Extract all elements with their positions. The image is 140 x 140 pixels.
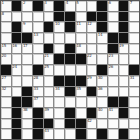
grid-cell[interactable] <box>22 65 32 75</box>
grid-cell[interactable]: 13 <box>33 33 43 43</box>
clue-number: 15 <box>2 44 7 48</box>
black-cell <box>65 54 75 64</box>
grid-cell[interactable] <box>119 76 129 86</box>
grid-cell[interactable] <box>44 87 54 97</box>
clue-number: 43 <box>44 129 49 133</box>
grid-cell[interactable]: 41 <box>108 108 118 118</box>
grid-cell[interactable] <box>76 65 86 75</box>
grid-cell[interactable] <box>12 76 22 86</box>
grid-cell[interactable] <box>44 97 54 107</box>
grid-cell[interactable]: 15 <box>1 44 11 54</box>
black-cell <box>76 119 86 129</box>
clue-number: 31 <box>130 76 135 80</box>
black-cell <box>65 87 75 97</box>
grid-cell[interactable]: 6 <box>108 1 118 11</box>
grid-cell[interactable]: 36 <box>97 87 107 97</box>
grid-cell[interactable]: 31 <box>129 76 139 86</box>
grid-cell[interactable]: 37 <box>33 97 43 107</box>
black-cell <box>108 44 118 54</box>
grid-cell[interactable] <box>1 108 11 118</box>
clue-number: 30 <box>98 76 103 80</box>
black-cell <box>129 65 139 75</box>
grid-cell[interactable]: 4 <box>65 1 75 11</box>
grid-cell[interactable] <box>87 44 97 54</box>
grid-cell[interactable]: 7 <box>129 1 139 11</box>
black-cell <box>44 22 54 32</box>
grid-cell[interactable]: 18 <box>76 44 86 54</box>
clue-number: 35 <box>76 87 81 91</box>
black-cell <box>54 12 64 22</box>
grid-cell[interactable] <box>129 44 139 54</box>
black-cell <box>12 97 22 107</box>
black-cell <box>65 108 75 118</box>
clue-number: 38 <box>23 108 28 112</box>
grid-cell[interactable] <box>119 54 129 64</box>
black-cell <box>22 87 32 97</box>
grid-cell[interactable]: 29 <box>87 76 97 86</box>
black-cell <box>22 97 32 107</box>
black-cell <box>65 12 75 22</box>
grid-cell[interactable] <box>22 12 32 22</box>
grid-cell[interactable] <box>65 65 75 75</box>
grid-cell[interactable]: 32 <box>1 87 11 97</box>
clue-number: 13 <box>34 33 39 37</box>
black-cell <box>33 65 43 75</box>
grid-cell[interactable] <box>54 97 64 107</box>
black-cell <box>108 33 118 43</box>
clue-number: 26 <box>108 65 113 69</box>
grid-cell[interactable]: 35 <box>76 87 86 97</box>
grid-cell[interactable] <box>108 129 118 139</box>
clue-number: 32 <box>2 87 7 91</box>
grid-cell[interactable] <box>22 76 32 86</box>
grid-cell[interactable]: 20 <box>1 54 11 64</box>
grid-cell[interactable] <box>108 22 118 32</box>
grid-cell[interactable]: 26 <box>108 65 118 75</box>
grid-cell[interactable] <box>54 108 64 118</box>
clue-number: 37 <box>34 97 39 101</box>
grid-cell[interactable] <box>44 33 54 43</box>
grid-cell[interactable] <box>76 12 86 22</box>
black-cell <box>119 97 129 107</box>
grid-cell[interactable] <box>129 108 139 118</box>
black-cell <box>22 33 32 43</box>
black-cell <box>76 54 86 64</box>
grid-cell[interactable] <box>54 65 64 75</box>
black-cell <box>97 1 107 11</box>
grid-cell[interactable] <box>129 87 139 97</box>
grid-cell[interactable] <box>108 119 118 129</box>
grid-cell[interactable]: 16 <box>12 44 22 54</box>
clue-number: 18 <box>76 44 81 48</box>
grid-cell[interactable] <box>54 119 64 129</box>
grid-cell[interactable] <box>108 87 118 97</box>
grid-cell[interactable] <box>129 22 139 32</box>
black-cell <box>54 76 64 86</box>
grid-cell[interactable]: 11 <box>76 22 86 32</box>
grid-cell[interactable] <box>108 12 118 22</box>
clue-number: 1 <box>2 1 4 5</box>
grid-cell[interactable]: 30 <box>97 76 107 86</box>
black-cell <box>87 108 97 118</box>
grid-cell[interactable] <box>76 97 86 107</box>
grid-cell[interactable]: 5 <box>76 1 86 11</box>
clue-number: 36 <box>98 87 103 91</box>
grid-cell[interactable]: 43 <box>44 129 54 139</box>
black-cell <box>97 129 107 139</box>
black-cell <box>97 22 107 32</box>
grid-cell[interactable] <box>54 44 64 54</box>
grid-cell[interactable] <box>22 54 32 64</box>
clue-number: 2 <box>23 1 25 5</box>
grid-cell[interactable] <box>129 54 139 64</box>
clue-number: 29 <box>87 76 92 80</box>
grid-cell[interactable] <box>76 33 86 43</box>
clue-number: 28 <box>34 76 39 80</box>
grid-cell[interactable] <box>12 54 22 64</box>
grid-cell[interactable] <box>1 97 11 107</box>
grid-cell[interactable]: 3 <box>44 1 54 11</box>
grid-cell[interactable] <box>33 12 43 22</box>
black-cell <box>119 22 129 32</box>
clue-number: 22 <box>87 54 92 58</box>
black-cell <box>76 76 86 86</box>
grid-cell[interactable]: 38 <box>22 108 32 118</box>
black-cell <box>12 33 22 43</box>
grid-cell[interactable] <box>12 87 22 97</box>
clue-number: 11 <box>76 22 81 26</box>
grid-cell[interactable] <box>33 44 43 54</box>
grid-cell[interactable] <box>87 97 97 107</box>
grid-cell[interactable]: 22 <box>87 54 97 64</box>
black-cell <box>87 87 97 97</box>
grid-cell[interactable] <box>108 76 118 86</box>
grid-cell[interactable] <box>1 33 11 43</box>
clue-number: 23 <box>108 54 113 58</box>
clue-number: 41 <box>108 108 113 112</box>
black-cell <box>12 108 22 118</box>
clue-number: 39 <box>44 108 49 112</box>
grid-cell[interactable]: 34 <box>54 87 64 97</box>
clue-number: 14 <box>98 33 103 37</box>
grid-cell[interactable] <box>33 22 43 32</box>
grid-cell[interactable] <box>129 33 139 43</box>
black-cell <box>33 119 43 129</box>
grid-cell[interactable]: 33 <box>33 87 43 97</box>
clue-number: 10 <box>55 22 60 26</box>
grid-cell[interactable] <box>76 108 86 118</box>
grid-cell[interactable] <box>87 33 97 43</box>
grid-cell[interactable] <box>119 87 129 97</box>
grid-cell[interactable]: 28 <box>33 76 43 86</box>
grid-cell[interactable] <box>65 33 75 43</box>
clue-number: 8 <box>2 12 4 16</box>
grid-cell[interactable]: 14 <box>97 33 107 43</box>
crossword-grid: 1234567891011121314151617181920212223242… <box>0 0 140 140</box>
grid-cell[interactable]: 39 <box>44 108 54 118</box>
black-cell <box>108 97 118 107</box>
grid-cell[interactable]: 23 <box>108 54 118 64</box>
black-cell <box>44 44 54 54</box>
grid-cell[interactable] <box>119 119 129 129</box>
grid-cell[interactable] <box>97 97 107 107</box>
clue-number: 42 <box>87 119 92 123</box>
clue-number: 12 <box>87 22 92 26</box>
grid-cell[interactable]: 10 <box>54 22 64 32</box>
grid-cell[interactable] <box>22 119 32 129</box>
grid-cell[interactable] <box>65 129 75 139</box>
clue-number: 4 <box>66 1 68 5</box>
grid-cell[interactable]: 19 <box>119 44 129 54</box>
grid-cell[interactable] <box>54 129 64 139</box>
black-cell <box>12 22 22 32</box>
black-cell <box>44 119 54 129</box>
grid-cell[interactable]: 40 <box>97 108 107 118</box>
grid-cell[interactable]: 1 <box>1 1 11 11</box>
black-cell <box>54 54 64 64</box>
grid-cell[interactable]: 25 <box>44 65 54 75</box>
grid-cell[interactable]: 8 <box>1 12 11 22</box>
grid-cell[interactable] <box>97 119 107 129</box>
grid-cell[interactable] <box>54 33 64 43</box>
black-cell <box>65 22 75 32</box>
grid-cell[interactable]: 12 <box>87 22 97 32</box>
black-cell <box>12 129 22 139</box>
grid-cell[interactable] <box>33 54 43 64</box>
clue-number: 17 <box>23 44 28 48</box>
black-cell <box>76 129 86 139</box>
clue-number: 33 <box>34 87 39 91</box>
grid-cell[interactable]: 42 <box>87 119 97 129</box>
crossword-page: 1234567891011121314151617181920212223242… <box>0 0 140 140</box>
clue-number: 25 <box>44 65 49 69</box>
grid-cell[interactable] <box>1 22 11 32</box>
grid-cell[interactable] <box>129 97 139 107</box>
grid-cell[interactable]: 2 <box>22 1 32 11</box>
grid-cell[interactable] <box>87 65 97 75</box>
grid-cell[interactable] <box>87 129 97 139</box>
clue-number: 7 <box>130 1 132 5</box>
black-cell <box>65 76 75 86</box>
clue-number: 6 <box>108 1 110 5</box>
clue-number: 20 <box>2 54 7 58</box>
black-cell <box>65 44 75 54</box>
black-cell <box>97 65 107 75</box>
grid-cell[interactable] <box>119 65 129 75</box>
grid-cell[interactable] <box>12 12 22 22</box>
grid-cell[interactable] <box>97 54 107 64</box>
clue-number: 27 <box>2 76 7 80</box>
black-cell <box>65 119 75 129</box>
grid-cell[interactable] <box>87 1 97 11</box>
black-cell <box>33 108 43 118</box>
black-cell <box>119 1 129 11</box>
black-cell <box>119 129 129 139</box>
black-cell <box>87 12 97 22</box>
grid-cell[interactable] <box>129 129 139 139</box>
clue-number: 40 <box>98 108 103 112</box>
grid-cell[interactable]: 27 <box>1 76 11 86</box>
black-cell <box>119 12 129 22</box>
grid-cell[interactable] <box>44 76 54 86</box>
grid-cell[interactable] <box>44 12 54 22</box>
black-cell <box>12 119 22 129</box>
grid-cell[interactable]: 9 <box>22 22 32 32</box>
clue-number: 34 <box>55 87 60 91</box>
grid-cell[interactable]: 21 <box>44 54 54 64</box>
grid-cell[interactable] <box>1 129 11 139</box>
clue-number: 16 <box>12 44 17 48</box>
clue-number: 3 <box>44 1 46 5</box>
grid-cell[interactable] <box>97 44 107 54</box>
black-cell <box>33 129 43 139</box>
black-cell <box>54 1 64 11</box>
grid-cell[interactable] <box>65 97 75 107</box>
black-cell <box>1 65 11 75</box>
grid-cell[interactable] <box>129 12 139 22</box>
grid-cell[interactable]: 24 <box>12 65 22 75</box>
black-cell <box>33 1 43 11</box>
grid-cell[interactable] <box>1 119 11 129</box>
clue-number: 5 <box>76 1 78 5</box>
clue-number: 21 <box>44 54 49 58</box>
grid-cell[interactable] <box>22 129 32 139</box>
black-cell <box>97 12 107 22</box>
grid-cell[interactable] <box>129 119 139 129</box>
black-cell <box>119 108 129 118</box>
clue-number: 9 <box>23 22 25 26</box>
black-cell <box>12 1 22 11</box>
clue-number: 19 <box>119 44 124 48</box>
black-cell <box>119 33 129 43</box>
grid-cell[interactable]: 17 <box>22 44 32 54</box>
clue-number: 24 <box>12 65 17 69</box>
